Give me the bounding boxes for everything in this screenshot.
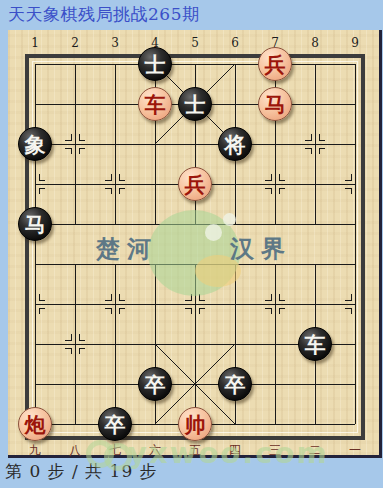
piece-black-卒[interactable]: 卒 (218, 367, 252, 401)
file-label-bottom: 九 (25, 442, 45, 459)
file-label-bottom: 一 (345, 442, 365, 459)
piece-black-士[interactable]: 士 (178, 87, 212, 121)
file-label-bottom: 八 (65, 442, 85, 459)
piece-black-象[interactable]: 象 (18, 127, 52, 161)
xiangqi-board[interactable]: 123456789 九八七六五四三二一 楚河 汉界 士兵车士马象将兵马车卒卒炮卒… (8, 30, 382, 458)
piece-black-士[interactable]: 士 (138, 47, 172, 81)
piece-black-将[interactable]: 将 (218, 127, 252, 161)
page-title: 天天象棋残局挑战265期 (8, 3, 199, 25)
river-label-left: 楚河 (96, 233, 158, 265)
watermark-text: yxwoo.com (128, 436, 329, 470)
file-label-top: 3 (105, 36, 125, 50)
file-label-top: 9 (345, 36, 365, 50)
file-label-top: 8 (305, 36, 325, 50)
piece-red-炮[interactable]: 炮 (18, 407, 52, 441)
file-label-top: 5 (185, 36, 205, 50)
file-label-top: 6 (225, 36, 245, 50)
piece-red-兵[interactable]: 兵 (258, 47, 292, 81)
file-label-top: 2 (65, 36, 85, 50)
piece-black-卒[interactable]: 卒 (98, 407, 132, 441)
piece-black-车[interactable]: 车 (298, 327, 332, 361)
river-watermark-blob (205, 224, 222, 241)
piece-black-马[interactable]: 马 (18, 207, 52, 241)
piece-red-兵[interactable]: 兵 (178, 167, 212, 201)
piece-red-车[interactable]: 车 (138, 87, 172, 121)
piece-red-马[interactable]: 马 (258, 87, 292, 121)
river-label-right: 汉界 (230, 233, 292, 265)
river-watermark-blob (223, 213, 236, 226)
file-label-top: 1 (25, 36, 45, 50)
piece-black-卒[interactable]: 卒 (138, 367, 172, 401)
app-window: 天天象棋残局挑战265期 123456789 九八七六五四三二一 楚河 汉界 士… (0, 0, 383, 488)
